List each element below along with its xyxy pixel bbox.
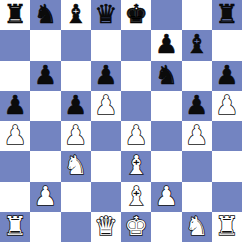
white-bishop: ♝ xyxy=(124,152,147,178)
square-f1[interactable] xyxy=(151,212,181,242)
white-pawn: ♟ xyxy=(34,183,57,209)
white-bishop: ♝ xyxy=(124,183,147,209)
square-g5[interactable]: ♟ xyxy=(182,91,212,121)
square-f7[interactable]: ♟ xyxy=(151,30,181,60)
black-pawn: ♟ xyxy=(155,31,178,57)
square-e6[interactable] xyxy=(121,61,151,91)
square-b8[interactable]: ♞ xyxy=(30,0,60,30)
white-pawn: ♟ xyxy=(3,122,26,148)
black-rook: ♜ xyxy=(3,1,26,27)
square-g4[interactable]: ♟ xyxy=(182,121,212,151)
square-c8[interactable]: ♝ xyxy=(61,0,91,30)
square-h2[interactable] xyxy=(212,182,242,212)
black-bishop: ♝ xyxy=(185,31,208,57)
square-g3[interactable] xyxy=(182,151,212,181)
square-a2[interactable] xyxy=(0,182,30,212)
square-f6[interactable]: ♞ xyxy=(151,61,181,91)
black-rook: ♜ xyxy=(215,1,238,27)
white-pawn: ♟ xyxy=(124,122,147,148)
square-b2[interactable]: ♟ xyxy=(30,182,60,212)
white-pawn: ♟ xyxy=(94,92,117,118)
square-d3[interactable] xyxy=(91,151,121,181)
square-e3[interactable]: ♝ xyxy=(121,151,151,181)
white-pawn: ♟ xyxy=(185,122,208,148)
square-b5[interactable] xyxy=(30,91,60,121)
square-c5[interactable]: ♟ xyxy=(61,91,91,121)
square-a4[interactable]: ♟ xyxy=(0,121,30,151)
white-king: ♚ xyxy=(124,213,147,239)
square-e2[interactable]: ♝ xyxy=(121,182,151,212)
square-e4[interactable]: ♟ xyxy=(121,121,151,151)
square-h3[interactable] xyxy=(212,151,242,181)
black-king: ♚ xyxy=(124,1,147,27)
square-b4[interactable] xyxy=(30,121,60,151)
square-c1[interactable] xyxy=(61,212,91,242)
square-c4[interactable]: ♟ xyxy=(61,121,91,151)
square-a8[interactable]: ♜ xyxy=(0,0,30,30)
square-e8[interactable]: ♚ xyxy=(121,0,151,30)
square-c6[interactable] xyxy=(61,61,91,91)
white-pawn: ♟ xyxy=(155,183,178,209)
white-queen: ♛ xyxy=(94,213,117,239)
square-g6[interactable] xyxy=(182,61,212,91)
square-h4[interactable] xyxy=(212,121,242,151)
square-d7[interactable] xyxy=(91,30,121,60)
black-pawn: ♟ xyxy=(185,92,208,118)
square-h7[interactable] xyxy=(212,30,242,60)
square-a3[interactable] xyxy=(0,151,30,181)
black-pawn: ♟ xyxy=(94,62,117,88)
square-g7[interactable]: ♝ xyxy=(182,30,212,60)
square-f4[interactable] xyxy=(151,121,181,151)
square-d2[interactable] xyxy=(91,182,121,212)
black-pawn: ♟ xyxy=(64,92,87,118)
square-d4[interactable] xyxy=(91,121,121,151)
chess-board: ♜♞♝♛♚♜♟♝♟♟♞♟♟♟♟♟♟♟♟♟♟♞♝♟♝♟♜♛♚♞♜ xyxy=(0,0,242,242)
black-queen: ♛ xyxy=(94,1,117,27)
square-a6[interactable] xyxy=(0,61,30,91)
square-a1[interactable]: ♜ xyxy=(0,212,30,242)
square-h6[interactable]: ♟ xyxy=(212,61,242,91)
square-e7[interactable] xyxy=(121,30,151,60)
white-rook: ♜ xyxy=(3,213,26,239)
white-pawn: ♟ xyxy=(215,92,238,118)
square-g8[interactable] xyxy=(182,0,212,30)
square-f3[interactable] xyxy=(151,151,181,181)
black-pawn: ♟ xyxy=(34,62,57,88)
square-c2[interactable] xyxy=(61,182,91,212)
square-h1[interactable]: ♜ xyxy=(212,212,242,242)
square-f5[interactable] xyxy=(151,91,181,121)
white-rook: ♜ xyxy=(215,213,238,239)
square-a7[interactable] xyxy=(0,30,30,60)
square-d6[interactable]: ♟ xyxy=(91,61,121,91)
square-g2[interactable] xyxy=(182,182,212,212)
white-knight: ♞ xyxy=(185,213,208,239)
square-h8[interactable]: ♜ xyxy=(212,0,242,30)
square-h5[interactable]: ♟ xyxy=(212,91,242,121)
square-f2[interactable]: ♟ xyxy=(151,182,181,212)
square-a5[interactable]: ♟ xyxy=(0,91,30,121)
square-f8[interactable] xyxy=(151,0,181,30)
white-pawn: ♟ xyxy=(64,122,87,148)
square-b1[interactable] xyxy=(30,212,60,242)
square-b6[interactable]: ♟ xyxy=(30,61,60,91)
black-pawn: ♟ xyxy=(3,92,26,118)
black-knight: ♞ xyxy=(34,1,57,27)
square-d1[interactable]: ♛ xyxy=(91,212,121,242)
square-c3[interactable]: ♞ xyxy=(61,151,91,181)
square-e5[interactable] xyxy=(121,91,151,121)
white-knight: ♞ xyxy=(64,152,87,178)
black-bishop: ♝ xyxy=(64,1,87,27)
square-c7[interactable] xyxy=(61,30,91,60)
square-e1[interactable]: ♚ xyxy=(121,212,151,242)
square-b3[interactable] xyxy=(30,151,60,181)
square-g1[interactable]: ♞ xyxy=(182,212,212,242)
square-d8[interactable]: ♛ xyxy=(91,0,121,30)
black-pawn: ♟ xyxy=(215,62,238,88)
square-b7[interactable] xyxy=(30,30,60,60)
square-d5[interactable]: ♟ xyxy=(91,91,121,121)
black-knight: ♞ xyxy=(155,62,178,88)
